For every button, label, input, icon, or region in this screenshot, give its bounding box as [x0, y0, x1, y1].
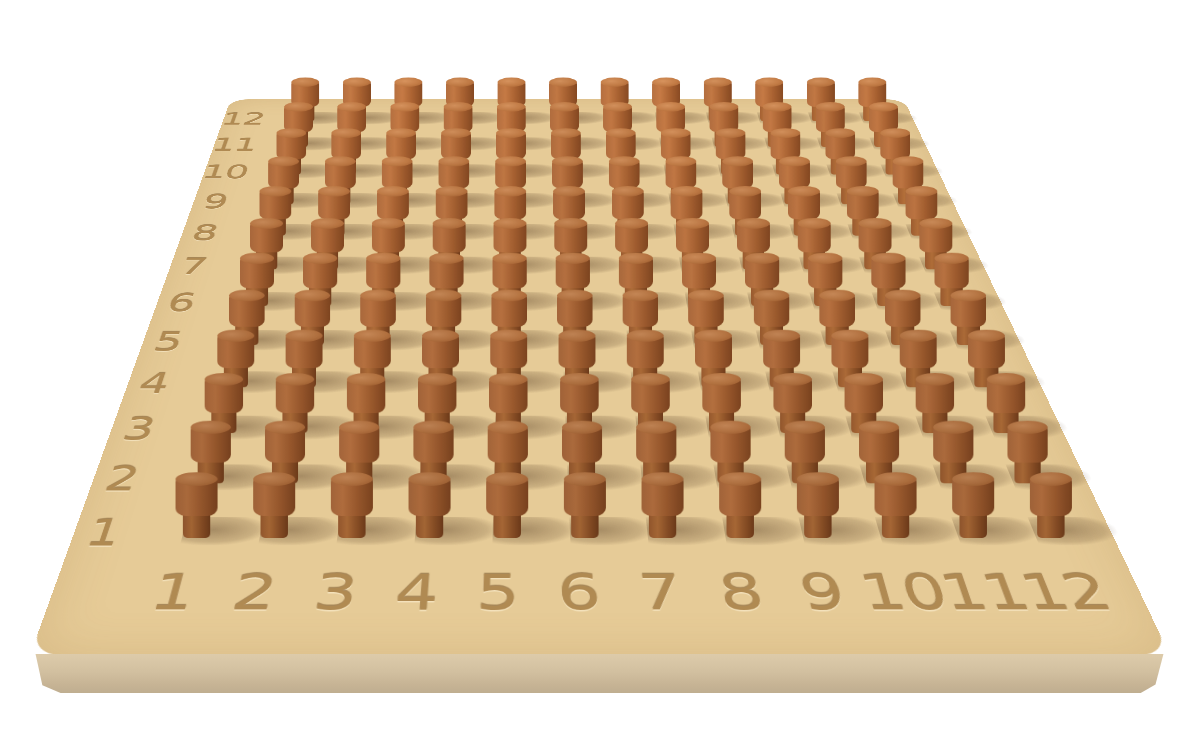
peg-r1-c4[interactable]: [408, 472, 452, 538]
peg-shank: [1037, 512, 1064, 538]
peg-shank: [804, 512, 831, 538]
peg-top-face: [552, 156, 583, 166]
row-label-7: 7: [150, 256, 236, 278]
peg-top-face: [785, 421, 825, 434]
peg-top-face: [755, 78, 783, 87]
peg-top-face: [550, 102, 579, 111]
peg-top-face: [763, 330, 800, 342]
peg-top-face: [603, 102, 632, 111]
row-label-4: 4: [104, 370, 201, 398]
peg-r1-c11[interactable]: [951, 472, 995, 538]
peg-top-face: [260, 186, 292, 196]
peg-top-face: [372, 218, 405, 229]
peg-top-face: [798, 218, 831, 229]
peg-top-face: [871, 252, 905, 263]
peg-top-face: [303, 252, 337, 263]
peg-top-face: [553, 186, 585, 196]
peg-top-face: [495, 156, 526, 166]
peg-shank: [882, 512, 909, 538]
peg-top-face: [831, 330, 868, 342]
peg-top-face: [286, 330, 323, 342]
row-label-1: 1: [46, 515, 158, 551]
row-label-3: 3: [87, 414, 189, 444]
peg-shank: [338, 512, 365, 538]
col-label-12: 12: [984, 568, 1148, 617]
peg-top-face: [745, 252, 779, 263]
peg-top-face: [391, 102, 420, 111]
peg-top-face: [847, 186, 879, 196]
peg-top-face: [893, 156, 924, 166]
peg-top-face: [354, 330, 391, 342]
peg-top-face: [919, 218, 952, 229]
peg-top-face: [240, 252, 274, 263]
peg-top-face: [754, 290, 789, 302]
peg-shank: [571, 512, 598, 538]
peg-top-face: [291, 78, 319, 87]
peg-top-face: [490, 330, 527, 342]
row-label-12: 12: [207, 111, 279, 127]
peg-top-face: [559, 330, 596, 342]
peg-top-face: [360, 290, 395, 302]
peg-top-face: [343, 78, 371, 87]
peg-top-face: [549, 78, 577, 87]
peg-top-face: [836, 156, 867, 166]
row-label-6: 6: [136, 291, 225, 315]
peg-top-face: [250, 218, 283, 229]
peg-top-face: [439, 156, 470, 166]
peg-top-face: [666, 156, 697, 166]
peg-top-face: [229, 290, 264, 302]
peg-top-face: [816, 102, 845, 111]
row-label-2: 2: [67, 463, 174, 496]
peg-top-face: [859, 218, 892, 229]
peg-r1-c6[interactable]: [563, 472, 607, 538]
peg-top-face: [444, 102, 473, 111]
peg-top-face: [808, 252, 842, 263]
peg-r1-c1[interactable]: [175, 472, 219, 538]
peg-top-face: [422, 330, 459, 342]
peg-r1-c9[interactable]: [796, 472, 840, 538]
peg-top-face: [488, 421, 528, 434]
peg-top-face: [859, 421, 899, 434]
peg-top-face: [623, 290, 658, 302]
peg-top-face: [446, 78, 474, 87]
peg-top-face: [906, 186, 938, 196]
peg-top-face: [486, 472, 528, 486]
peg-top-face: [807, 78, 835, 87]
peg-top-face: [858, 78, 886, 87]
peg-top-face: [366, 252, 400, 263]
peg-top-face: [377, 186, 409, 196]
peg-top-face: [763, 102, 792, 111]
peg-top-face: [497, 102, 526, 111]
peg-top-face: [934, 252, 968, 263]
peg-top-face: [671, 186, 703, 196]
peg-top-face: [339, 421, 379, 434]
peg-top-face: [433, 218, 466, 229]
peg-top-face: [265, 421, 305, 434]
peg-shank: [416, 512, 443, 538]
peg-top-face: [498, 78, 526, 87]
peg-top-face: [311, 218, 344, 229]
peg-top-face: [710, 102, 739, 111]
peg-r1-c10[interactable]: [874, 472, 918, 538]
peg-top-face: [656, 102, 685, 111]
peg-top-face: [869, 102, 898, 111]
peg-r1-c7[interactable]: [641, 472, 685, 538]
peg-shank: [183, 512, 210, 538]
peg-top-face: [952, 472, 994, 486]
peg-top-face: [253, 472, 295, 486]
peg-top-face: [331, 472, 373, 486]
peg-top-face: [627, 330, 664, 342]
peg-top-face: [1007, 421, 1047, 434]
peg-top-face: [268, 156, 299, 166]
peg-top-face: [729, 186, 761, 196]
peg-top-face: [688, 290, 723, 302]
scene: 123456789101112123456789101112: [0, 0, 1200, 753]
peg-top-face: [797, 472, 839, 486]
peg-top-face: [494, 186, 526, 196]
peg-top-face: [885, 290, 920, 302]
peg-top-face: [612, 186, 644, 196]
peg-top-face: [337, 102, 366, 111]
peg-top-face: [779, 156, 810, 166]
row-label-5: 5: [121, 329, 214, 355]
peg-top-face: [325, 156, 356, 166]
peg-top-face: [556, 252, 590, 263]
peg-top-face: [719, 472, 761, 486]
peg-shank: [261, 512, 288, 538]
peg-top-face: [284, 102, 313, 111]
peg-top-face: [494, 218, 527, 229]
peg-r1-c12[interactable]: [1029, 472, 1073, 538]
peg-top-face: [191, 421, 231, 434]
peg-r1-c3[interactable]: [330, 472, 374, 538]
peg-top-face: [609, 156, 640, 166]
peg-top-face: [382, 156, 413, 166]
peg-top-face: [704, 78, 732, 87]
peg-top-face: [737, 218, 770, 229]
peg-top-face: [695, 330, 732, 342]
peg-top-face: [436, 186, 468, 196]
peg-top-face: [394, 78, 422, 87]
peg-top-face: [968, 330, 1005, 342]
peg-top-face: [951, 290, 986, 302]
peg-top-face: [819, 290, 854, 302]
row-label-10: 10: [186, 163, 263, 181]
peg-r1-c5[interactable]: [485, 472, 529, 538]
peg-top-face: [788, 186, 820, 196]
row-label-8: 8: [163, 223, 246, 244]
peg-shank: [649, 512, 676, 538]
peg-top-face: [426, 290, 461, 302]
board-front-edge: [31, 654, 1168, 693]
peg-r1-c2[interactable]: [252, 472, 296, 538]
peg-top-face: [176, 472, 218, 486]
peg-top-face: [491, 290, 526, 302]
peg-top-face: [429, 252, 463, 263]
peg-top-face: [933, 421, 973, 434]
peg-shank: [727, 512, 754, 538]
board-surface: 123456789101112123456789101112: [30, 99, 1170, 655]
row-label-11: 11: [197, 136, 271, 153]
peg-top-face: [710, 421, 750, 434]
photo-of-peg-board: 123456789101112123456789101112: [0, 0, 1200, 753]
peg-top-face: [562, 421, 602, 434]
peg-shank: [960, 512, 987, 538]
peg-top-face: [642, 472, 684, 486]
peg-top-face: [636, 421, 676, 434]
peg-top-face: [875, 472, 917, 486]
peg-top-face: [601, 78, 629, 87]
peg-top-face: [1030, 472, 1072, 486]
peg-top-face: [615, 218, 648, 229]
peg-top-face: [722, 156, 753, 166]
peg-shank: [494, 512, 521, 538]
peg-top-face: [295, 290, 330, 302]
peg-top-face: [676, 218, 709, 229]
peg-top-face: [217, 330, 254, 342]
row-label-9: 9: [175, 192, 255, 211]
peg-top-face: [413, 421, 453, 434]
peg-top-face: [493, 252, 527, 263]
peg-top-face: [409, 472, 451, 486]
peg-r1-c8[interactable]: [718, 472, 762, 538]
peg-top-face: [619, 252, 653, 263]
peg-top-face: [554, 218, 587, 229]
peg-top-face: [682, 252, 716, 263]
peg-top-face: [900, 330, 937, 342]
peg-top-face: [318, 186, 350, 196]
peg-top-face: [652, 78, 680, 87]
peg-top-face: [557, 290, 592, 302]
peg-top-face: [564, 472, 606, 486]
